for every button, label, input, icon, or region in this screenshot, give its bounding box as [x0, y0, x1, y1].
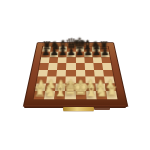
- square-e7: ♟: [75, 51, 84, 57]
- square-b2: ♟: [45, 83, 56, 91]
- latch-edge-shadow: [94, 107, 110, 110]
- square-b8: ♞: [50, 46, 59, 51]
- brass-latch: [63, 107, 94, 111]
- chess-board-grid: ♜♞♝♛♚♝♞♜♟♟♟♟♟♟♟♟♟♟♟♟♟♟♟♟♜♞♝♛♚♝♞♜: [33, 46, 117, 98]
- square-g3: [94, 76, 104, 83]
- square-e3: [75, 76, 85, 83]
- piece-black-rook-a8: ♜: [41, 40, 51, 51]
- square-a7: ♟: [41, 51, 50, 57]
- square-h8: ♜: [99, 46, 108, 51]
- square-h5: [102, 63, 112, 69]
- chess-board-frame: ♜♞♝♛♚♝♞♜♟♟♟♟♟♟♟♟♟♟♟♟♟♟♟♟♜♞♝♛♚♝♞♜: [22, 42, 128, 107]
- square-b4: [47, 69, 57, 76]
- piece-white-knight-g1: ♞: [94, 83, 107, 98]
- square-e1: ♚: [75, 90, 85, 98]
- square-e8: ♚: [75, 46, 83, 51]
- square-g2: ♟: [95, 83, 106, 91]
- square-e2: ♟: [75, 83, 85, 91]
- square-h6: [101, 57, 111, 63]
- square-g5: [93, 63, 103, 69]
- square-f3: [84, 76, 94, 83]
- square-b6: [48, 57, 57, 63]
- square-a4: [37, 69, 47, 76]
- square-a2: ♟: [35, 83, 46, 91]
- square-g4: [93, 69, 103, 76]
- square-a6: [40, 57, 50, 63]
- square-h4: [102, 69, 112, 76]
- square-h7: ♟: [100, 51, 109, 57]
- square-c8: ♝: [58, 46, 67, 51]
- square-h3: [103, 76, 114, 83]
- square-b5: [48, 63, 58, 69]
- square-c1: ♝: [54, 90, 65, 98]
- square-e5: [75, 63, 84, 69]
- square-e6: [75, 57, 84, 63]
- square-f1: ♝: [85, 90, 96, 98]
- square-a8: ♜: [42, 46, 51, 51]
- square-h2: ♟: [104, 83, 115, 91]
- square-c6: [57, 57, 66, 63]
- square-g8: ♞: [91, 46, 100, 51]
- square-b1: ♞: [44, 90, 55, 98]
- piece-black-knight-b8: ♞: [49, 39, 60, 51]
- square-d4: [66, 69, 75, 76]
- piece-black-rook-h8: ♜: [99, 40, 109, 51]
- piece-white-knight-b1: ♞: [42, 83, 55, 98]
- square-d1: ♛: [65, 90, 75, 98]
- square-c2: ♟: [55, 83, 65, 91]
- square-g6: [92, 57, 101, 63]
- square-c7: ♟: [58, 51, 67, 57]
- square-f6: [84, 57, 93, 63]
- square-d7: ♟: [66, 51, 75, 57]
- square-c5: [57, 63, 66, 69]
- square-h1: ♜: [105, 90, 117, 98]
- photo-stage: ♜♞♝♛♚♝♞♜♟♟♟♟♟♟♟♟♟♟♟♟♟♟♟♟♜♞♝♛♚♝♞♜: [0, 0, 150, 150]
- square-d3: [65, 76, 75, 83]
- square-f8: ♝: [83, 46, 92, 51]
- square-f2: ♟: [85, 83, 95, 91]
- square-f5: [84, 63, 93, 69]
- square-b7: ♟: [49, 51, 58, 57]
- square-c4: [56, 69, 66, 76]
- square-a1: ♜: [33, 90, 45, 98]
- square-d2: ♟: [65, 83, 75, 91]
- square-f7: ♟: [83, 51, 92, 57]
- square-a5: [39, 63, 49, 69]
- square-c3: [55, 76, 65, 83]
- square-b3: [46, 76, 56, 83]
- square-g1: ♞: [95, 90, 106, 98]
- square-d6: [66, 57, 75, 63]
- square-e4: [75, 69, 84, 76]
- square-d8: ♛: [67, 46, 75, 51]
- board-perspective-scene: ♜♞♝♛♚♝♞♜♟♟♟♟♟♟♟♟♟♟♟♟♟♟♟♟♜♞♝♛♚♝♞♜: [0, 0, 150, 150]
- square-a3: [36, 76, 47, 83]
- square-d5: [66, 63, 75, 69]
- square-g7: ♟: [92, 51, 101, 57]
- square-f4: [84, 69, 94, 76]
